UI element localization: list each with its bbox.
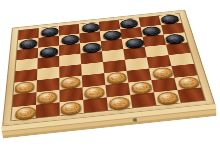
- wooden-checker[interactable]: ⛀: [60, 76, 80, 88]
- checkers-board: ⛂⛂⛂⛂⛂⛂⛂⛂⛂⛂⛂⛂⛀⛀⛀⛀⛀⛀⛀⛀⛀⛀⛀⛀: [2, 10, 215, 127]
- square-g1[interactable]: ⛀: [154, 90, 181, 105]
- wooden-checker[interactable]: ⛀: [14, 106, 35, 120]
- square-e1[interactable]: ⛀: [107, 95, 133, 110]
- wooden-checker[interactable]: ⛀: [177, 76, 200, 89]
- wooden-checker[interactable]: ⛀: [151, 66, 173, 78]
- square-d1[interactable]: [83, 97, 108, 113]
- wooden-checker[interactable]: ⛀: [14, 81, 34, 93]
- wooden-checker[interactable]: ⛀: [130, 81, 152, 94]
- square-a1[interactable]: ⛀: [11, 105, 36, 121]
- wooden-checker[interactable]: ⛀: [156, 91, 179, 104]
- wooden-checker[interactable]: ⛀: [83, 86, 104, 99]
- wooden-checker[interactable]: ⛀: [106, 71, 127, 83]
- square-c1[interactable]: ⛀: [60, 100, 84, 116]
- square-b1[interactable]: [36, 102, 60, 118]
- board-grid: ⛂⛂⛂⛂⛂⛂⛂⛂⛂⛂⛂⛂⛀⛀⛀⛀⛀⛀⛀⛀⛀⛀⛀⛀: [11, 14, 204, 121]
- board-photo: ⛂⛂⛂⛂⛂⛂⛂⛂⛂⛂⛂⛂⛀⛀⛀⛀⛀⛀⛀⛀⛀⛀⛀⛀: [0, 0, 220, 165]
- square-f1[interactable]: [130, 92, 156, 107]
- square-h1[interactable]: [177, 87, 204, 102]
- wooden-checker[interactable]: ⛀: [108, 96, 130, 109]
- wooden-checker[interactable]: ⛀: [60, 101, 81, 115]
- wooden-checker[interactable]: ⛀: [36, 91, 56, 104]
